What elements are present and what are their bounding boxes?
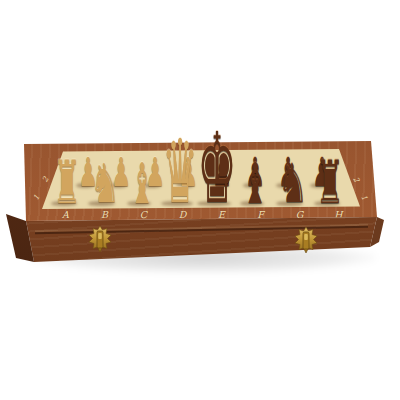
dark-bishop-f1: ♝	[242, 156, 267, 212]
dark-king-e1: ♚	[198, 120, 237, 217]
light-bishop-c1: ♝	[130, 156, 155, 212]
dark-rook-h1: ♜	[316, 152, 344, 212]
brass-clasp-left	[87, 226, 113, 256]
chess-set-photo: ABCDEFGH 1212 ♟♟♟♟♟♟♟♟♜♞♝♛♚♝♞♜	[0, 0, 400, 400]
light-queen-d1: ♛	[162, 128, 198, 216]
light-rook-a1: ♜	[53, 152, 81, 212]
light-knight-b1: ♞	[90, 157, 120, 211]
brass-clasp-right	[293, 227, 319, 257]
dark-knight-g1: ♞	[278, 157, 308, 211]
